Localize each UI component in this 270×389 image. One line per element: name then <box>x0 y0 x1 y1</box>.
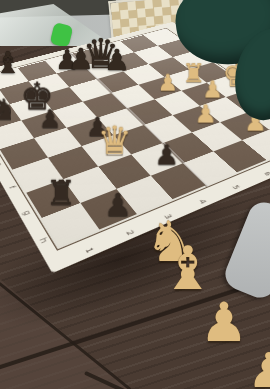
white-pawn: ♟ <box>188 102 223 127</box>
captured-white-bishop: ♝ <box>161 238 215 298</box>
captured-white-pawn: ♟ <box>247 346 270 389</box>
white-pawn: ♟ <box>196 78 228 101</box>
captured-black-pawn: ♟ <box>104 46 130 75</box>
black-pawn: ♟ <box>147 141 185 169</box>
chess-photo-scene: abcdefgh 12345678 ♞♚♟♟♜♟♟♚♛♟♜♟♟♟ ♝♟♟♛♟♞♝… <box>0 0 270 389</box>
white-pawn: ♟ <box>152 72 184 95</box>
captured-black-bishop: ♝ <box>0 48 21 78</box>
black-pawn: ♟ <box>96 190 139 221</box>
black-rook: ♜ <box>40 175 82 209</box>
black-knight: ♞ <box>0 96 22 125</box>
white-queen: ♛ <box>96 121 134 160</box>
black-pawn: ♟ <box>33 107 68 133</box>
captured-white-pawn: ♟ <box>200 296 248 350</box>
